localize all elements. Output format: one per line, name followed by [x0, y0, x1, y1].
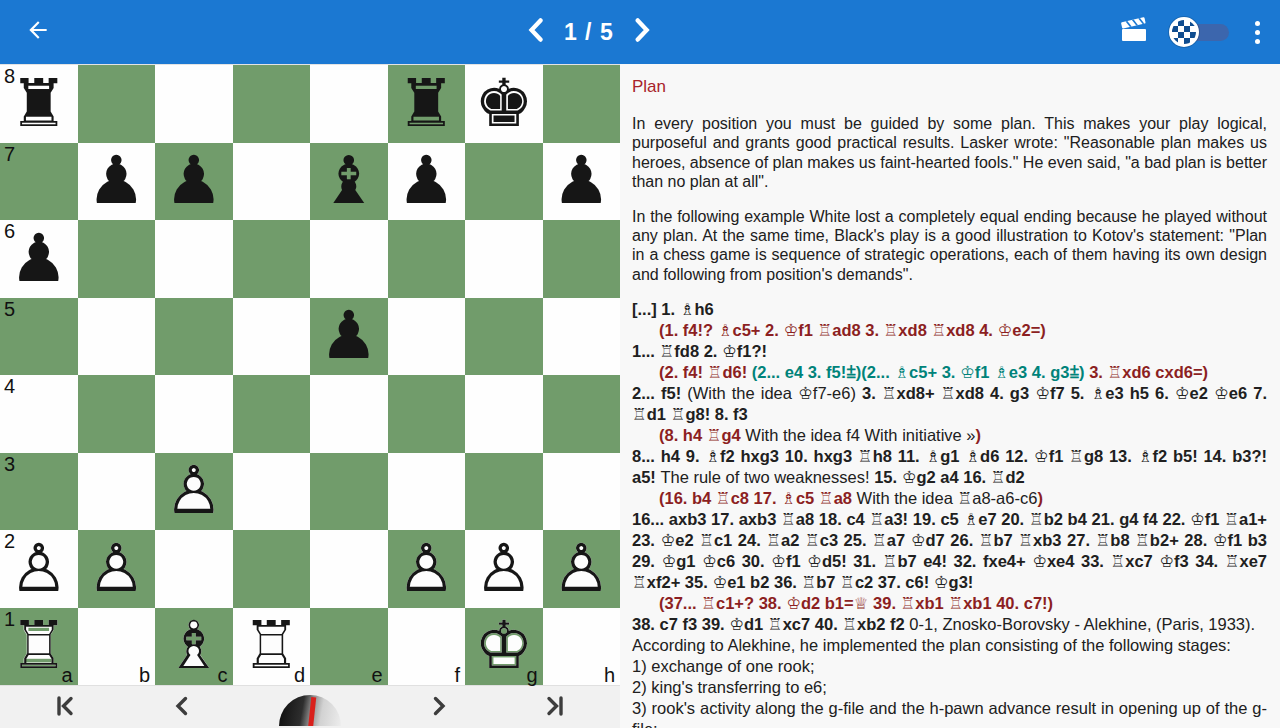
rank-label: 8 — [4, 65, 15, 88]
board-square-d5[interactable] — [233, 298, 311, 376]
board-square-h1[interactable]: h — [543, 608, 621, 686]
move-text: 16... axb3 17. axb3 ♖a8 18. c4 ♖a3! 19. … — [632, 510, 1267, 591]
black-rook-piece: ♜ — [388, 65, 466, 143]
rank-label: 1 — [4, 608, 15, 631]
board-square-c6[interactable] — [155, 220, 233, 298]
clapperboard-icon — [1119, 16, 1149, 48]
move-line[interactable]: (16. b4 ♖c8 17. ♗c5 ♖a8 With the idea ♖a… — [632, 488, 1267, 509]
move-line[interactable]: 1) exchange of one rook; — [632, 656, 1267, 677]
checkered-circle-toggle-knob — [1169, 17, 1199, 47]
board-square-g1[interactable]: ♚♔g — [465, 608, 543, 686]
playback-bar — [0, 685, 620, 728]
chevron-left-icon — [170, 694, 192, 722]
white-pawn-piece: ♙ — [388, 530, 466, 608]
chevron-left-icon — [525, 18, 545, 46]
board-square-a8[interactable]: ♜8 — [0, 65, 78, 143]
board-square-b3[interactable] — [78, 453, 156, 531]
gauge-needle — [308, 697, 316, 726]
black-pawn-piece: ♟ — [78, 143, 156, 221]
move-list: [...] 1. ♗h6(1. f4!? ♗c5+ 2. ♔f1 ♖ad8 3.… — [632, 299, 1267, 728]
board-square-e6[interactable] — [310, 220, 388, 298]
rank-label: 4 — [4, 375, 15, 398]
board-square-c5[interactable] — [155, 298, 233, 376]
board-square-h8[interactable] — [543, 65, 621, 143]
move-line[interactable]: (2. f4! ♖d6! (2... e4 3. f5!⩲)(2... ♗c5+… — [632, 362, 1267, 383]
board-square-h6[interactable] — [543, 220, 621, 298]
move-line[interactable]: [...] 1. ♗h6 — [632, 299, 1267, 320]
board-square-e1[interactable]: e — [310, 608, 388, 686]
move-text: (2... ♗c5+ 3. ♔f1 ♗e3 4. g3⩲) — [861, 363, 1084, 381]
black-bishop-piece: ♝ — [310, 143, 388, 221]
board-square-b1[interactable]: b — [78, 608, 156, 686]
move-comment: 1) exchange of one rook; — [632, 657, 815, 675]
board-column: ♜8♜♚7♟♟♝♟♟♟65♟43♟♙♟♙2♟♙♟♙♟♙♟♙♜♖1ab♝♗c♜♖d… — [0, 64, 620, 728]
file-label: b — [139, 664, 150, 687]
board-square-d2[interactable] — [233, 530, 311, 608]
board-square-c4[interactable] — [155, 375, 233, 453]
move-text: [...] 1. ♗h6 — [632, 300, 714, 318]
white-pawn-piece: ♙ — [155, 453, 233, 531]
next-move-button[interactable] — [423, 691, 457, 725]
board-square-a3[interactable]: 3 — [0, 453, 78, 531]
board-square-h5[interactable] — [543, 298, 621, 376]
rank-label: 2 — [4, 530, 15, 553]
move-text: 1... ♖fd8 2. ♔f1?! — [632, 342, 767, 360]
board-square-f4[interactable] — [388, 375, 466, 453]
animation-button[interactable] — [1119, 16, 1149, 48]
file-label: e — [371, 664, 382, 687]
board-square-a4[interactable]: 4 — [0, 375, 78, 453]
white-pawn-piece: ♙ — [543, 530, 621, 608]
top-app-bar: 1 / 5 — [0, 0, 1280, 64]
move-text: ) — [976, 426, 982, 444]
board-square-e2[interactable] — [310, 530, 388, 608]
move-text: (16. b4 ♖c8 17. ♗c5 ♖a8 — [659, 489, 857, 507]
board-square-c1[interactable]: ♝♗c — [155, 608, 233, 686]
lesson-paragraph: In the following example White lost a co… — [632, 207, 1267, 285]
skip-to-start-icon — [53, 694, 77, 722]
board-square-g5[interactable] — [465, 298, 543, 376]
board-square-a5[interactable]: 5 — [0, 298, 78, 376]
prev-page-button[interactable] — [522, 19, 548, 45]
move-comment: (With the idea ♔f7-e6) — [687, 384, 862, 402]
chess-board[interactable]: ♜8♜♚7♟♟♝♟♟♟65♟43♟♙♟♙2♟♙♟♙♟♙♟♙♜♖1ab♝♗c♜♖d… — [0, 64, 620, 685]
board-square-h7[interactable]: ♟ — [543, 143, 621, 221]
white-pawn-piece: ♙ — [465, 530, 543, 608]
arrow-left-icon — [25, 17, 51, 47]
move-comment: 0-1, Znosko-Borovsky - Alekhine, (Paris,… — [909, 615, 1255, 633]
board-square-d4[interactable] — [233, 375, 311, 453]
move-comment: 3) rook's activity along the g-file and … — [632, 699, 1267, 728]
board-square-d7[interactable] — [233, 143, 311, 221]
lesson-paragraph: In every position you must be guided by … — [632, 114, 1267, 192]
board-square-a7[interactable]: 7 — [0, 143, 78, 221]
board-square-b5[interactable] — [78, 298, 156, 376]
speed-gauge-icon[interactable] — [279, 695, 341, 726]
move-comment: According to Alekhine, he implemented th… — [632, 636, 1231, 654]
board-square-f1[interactable]: f — [388, 608, 466, 686]
board-square-a1[interactable]: ♜♖1a — [0, 608, 78, 686]
board-square-e8[interactable] — [310, 65, 388, 143]
white-pawn-piece: ♙ — [78, 530, 156, 608]
chevron-right-icon — [633, 18, 653, 46]
board-square-f7[interactable]: ♟ — [388, 143, 466, 221]
next-page-button[interactable] — [630, 19, 656, 45]
annotation-panel: Plan In every position you must be guide… — [620, 64, 1280, 728]
board-square-b4[interactable] — [78, 375, 156, 453]
board-square-d6[interactable] — [233, 220, 311, 298]
black-pawn-piece: ♟ — [310, 298, 388, 376]
black-king-piece: ♚ — [465, 65, 543, 143]
board-square-c2[interactable] — [155, 530, 233, 608]
first-move-button[interactable] — [48, 691, 82, 725]
board-square-h4[interactable] — [543, 375, 621, 453]
main-area: ♜8♜♚7♟♟♝♟♟♟65♟43♟♙♟♙2♟♙♟♙♟♙♟♙♜♖1ab♝♗c♜♖d… — [0, 64, 1280, 728]
board-square-b2[interactable]: ♟♙ — [78, 530, 156, 608]
rank-label: 5 — [4, 298, 15, 321]
board-square-b8[interactable] — [78, 65, 156, 143]
rank-label: 6 — [4, 220, 15, 243]
board-square-e7[interactable]: ♝ — [310, 143, 388, 221]
board-square-g4[interactable] — [465, 375, 543, 453]
chevron-right-icon — [429, 694, 451, 722]
move-comment: With the idea f4 With initiative » — [745, 426, 975, 444]
move-line[interactable]: 3) rook's activity along the g-file and … — [632, 698, 1267, 728]
move-text: (1. f4!? ♗c5+ 2. ♔f1 ♖ad8 3. ♖xd8 ♖xd8 4… — [659, 321, 1046, 339]
board-square-f8[interactable]: ♜ — [388, 65, 466, 143]
panel-title: Plan — [632, 77, 1267, 97]
board-square-f6[interactable] — [388, 220, 466, 298]
board-square-h3[interactable] — [543, 453, 621, 531]
board-square-g3[interactable] — [465, 453, 543, 531]
board-square-b6[interactable] — [78, 220, 156, 298]
board-square-c3[interactable]: ♟♙ — [155, 453, 233, 531]
page-indicator: 1 / 5 — [564, 19, 614, 46]
board-square-c8[interactable] — [155, 65, 233, 143]
board-square-g2[interactable]: ♟♙ — [465, 530, 543, 608]
move-text: (37... ♖c1+? 38. ♔d2 b1=♕ 39. ♖xb1 ♖xb1 … — [659, 594, 1053, 612]
move-comment: The rule of two weaknesses! — [660, 468, 874, 486]
move-text: (2... e4 3. f5!⩲) — [752, 363, 862, 381]
previous-move-button[interactable] — [164, 691, 198, 725]
move-text: 2... f5! — [632, 384, 687, 402]
top-bar-actions — [1119, 0, 1264, 64]
move-text: 15. ♔g2 a4 16. ♖d2 — [874, 468, 1025, 486]
move-line[interactable]: 2) king's transferring to e6; — [632, 677, 1267, 698]
last-move-button[interactable] — [538, 691, 572, 725]
board-square-g6[interactable] — [465, 220, 543, 298]
board-square-b7[interactable]: ♟ — [78, 143, 156, 221]
move-comment: With the idea ♖a8-a6-c6 — [857, 489, 1038, 507]
move-line[interactable]: 38. c7 f3 39. ♔d1 ♖xc7 40. ♖xb2 f2 0-1, … — [632, 614, 1267, 635]
move-text: 38. c7 f3 39. ♔d1 ♖xc7 40. ♖xb2 f2 — [632, 615, 909, 633]
board-square-e4[interactable] — [310, 375, 388, 453]
board-square-a2[interactable]: ♟♙2 — [0, 530, 78, 608]
file-label: f — [454, 664, 460, 687]
skip-to-end-icon — [543, 694, 567, 722]
file-label: g — [526, 664, 537, 687]
chess-training-app: 1 / 5 — [0, 0, 1280, 728]
board-square-f5[interactable] — [388, 298, 466, 376]
board-square-a6[interactable]: ♟6 — [0, 220, 78, 298]
file-label: d — [294, 664, 305, 687]
kebab-menu-icon — [1255, 21, 1260, 44]
file-label: h — [604, 664, 615, 687]
page-navigation: 1 / 5 — [522, 0, 656, 64]
board-square-d8[interactable] — [233, 65, 311, 143]
file-label: a — [61, 664, 72, 687]
board-square-g8[interactable]: ♚ — [465, 65, 543, 143]
move-text: 3. ♖xd6 cxd6=) — [1085, 363, 1208, 381]
move-line[interactable]: (8. h4 ♖g4 With the idea f4 With initiat… — [632, 425, 1267, 446]
board-square-d3[interactable] — [233, 453, 311, 531]
board-square-e3[interactable] — [310, 453, 388, 531]
overflow-menu-button[interactable] — [1251, 17, 1264, 48]
move-text: (2. f4! ♖d6! — [659, 363, 752, 381]
move-line[interactable]: According to Alekhine, he implemented th… — [632, 635, 1267, 656]
move-line[interactable]: (1. f4!? ♗c5+ 2. ♔f1 ♖ad8 3. ♖xd8 ♖xd8 4… — [632, 320, 1267, 341]
board-square-h2[interactable]: ♟♙ — [543, 530, 621, 608]
black-pawn-piece: ♟ — [543, 143, 621, 221]
board-square-g7[interactable] — [465, 143, 543, 221]
board-square-f2[interactable]: ♟♙ — [388, 530, 466, 608]
board-square-c7[interactable]: ♟ — [155, 143, 233, 221]
board-square-e5[interactable]: ♟ — [310, 298, 388, 376]
move-line[interactable]: 2... f5! (With the idea ♔f7-e6) 3. ♖xd8+… — [632, 383, 1267, 425]
move-line[interactable]: 1... ♖fd8 2. ♔f1?! — [632, 341, 1267, 362]
move-comment: 2) king's transferring to e6; — [632, 678, 827, 696]
black-pawn-piece: ♟ — [155, 143, 233, 221]
board-square-d1[interactable]: ♜♖d — [233, 608, 311, 686]
move-line[interactable]: 16... axb3 17. axb3 ♖a8 18. c4 ♖a3! 19. … — [632, 509, 1267, 593]
move-text: (8. h4 ♖g4 — [659, 426, 745, 444]
move-text: ) — [1037, 489, 1043, 507]
back-button[interactable] — [18, 12, 58, 52]
board-display-toggle[interactable] — [1169, 16, 1231, 48]
move-line[interactable]: 8... h4 9. ♗f2 hxg3 10. hxg3 ♖h8 11. ♗g1… — [632, 446, 1267, 488]
rank-label: 3 — [4, 453, 15, 476]
board-square-f3[interactable] — [388, 453, 466, 531]
black-pawn-piece: ♟ — [388, 143, 466, 221]
move-line[interactable]: (37... ♖c1+? 38. ♔d2 b1=♕ 39. ♖xb1 ♖xb1 … — [632, 593, 1267, 614]
rank-label: 7 — [4, 143, 15, 166]
file-label: c — [218, 664, 228, 687]
